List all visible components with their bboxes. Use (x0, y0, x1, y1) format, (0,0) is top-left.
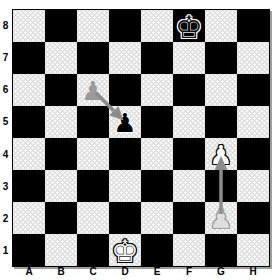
square-a6 (13, 74, 45, 106)
square-h3 (237, 170, 269, 202)
square-c8 (77, 10, 109, 42)
file-label: C (77, 266, 109, 279)
square-b3 (45, 170, 77, 202)
white-pawn: ♟ (209, 142, 232, 168)
white-king: ♚ (111, 236, 139, 267)
square-h1 (237, 234, 269, 266)
square-f6 (173, 74, 205, 106)
square-g8 (205, 10, 237, 42)
square-h8 (237, 10, 269, 42)
ghost-black-pawn: ♟ (81, 78, 104, 104)
square-c4 (77, 138, 109, 170)
square-e7 (141, 42, 173, 74)
square-e8 (141, 10, 173, 42)
square-b1 (45, 234, 77, 266)
square-f1 (173, 234, 205, 266)
rank-label: 7 (0, 41, 11, 73)
rank-label: 3 (0, 170, 11, 202)
file-label: G (205, 266, 237, 279)
rank-label: 6 (0, 74, 11, 106)
ghost-white-pawn: ♟ (209, 206, 232, 232)
square-e6 (141, 74, 173, 106)
square-d2 (109, 202, 141, 234)
square-h4 (237, 138, 269, 170)
black-pawn: ♟ (113, 110, 136, 136)
square-d8 (109, 10, 141, 42)
square-c3 (77, 170, 109, 202)
rank-label: 2 (0, 203, 11, 235)
square-d1: ♚ (109, 234, 141, 266)
square-a4 (13, 138, 45, 170)
file-label: F (173, 266, 205, 279)
square-f2 (173, 202, 205, 234)
board: ♚♟♟♟♟♚ (12, 9, 270, 267)
black-king: ♚ (175, 12, 203, 43)
square-b7 (45, 42, 77, 74)
square-h5 (237, 106, 269, 138)
square-b6 (45, 74, 77, 106)
file-labels: A B C D E F G H (13, 266, 269, 279)
file-label: A (13, 266, 45, 279)
square-c6: ♟ (77, 74, 109, 106)
square-b2 (45, 202, 77, 234)
square-e3 (141, 170, 173, 202)
square-e5 (141, 106, 173, 138)
file-label: H (237, 266, 269, 279)
square-d3 (109, 170, 141, 202)
rank-label: 4 (0, 138, 11, 170)
square-a3 (13, 170, 45, 202)
square-h6 (237, 74, 269, 106)
square-a2 (13, 202, 45, 234)
square-a8 (13, 10, 45, 42)
square-f8: ♚ (173, 10, 205, 42)
square-f3 (173, 170, 205, 202)
square-d6 (109, 74, 141, 106)
square-c7 (77, 42, 109, 74)
square-e2 (141, 202, 173, 234)
square-b4 (45, 138, 77, 170)
square-h7 (237, 42, 269, 74)
rank-label: 1 (0, 235, 11, 267)
file-label: B (45, 266, 77, 279)
square-c5 (77, 106, 109, 138)
square-g4: ♟ (205, 138, 237, 170)
square-f7 (173, 42, 205, 74)
square-g7 (205, 42, 237, 74)
file-label: E (141, 266, 173, 279)
square-g2: ♟ (205, 202, 237, 234)
square-g3 (205, 170, 237, 202)
square-e4 (141, 138, 173, 170)
square-e1 (141, 234, 173, 266)
square-f4 (173, 138, 205, 170)
chess-diagram: 8 7 6 5 4 3 2 1 ♚♟♟♟♟♚ A B C D E F G H (0, 0, 280, 280)
rank-labels: 8 7 6 5 4 3 2 1 (0, 9, 11, 267)
square-a7 (13, 42, 45, 74)
square-d4 (109, 138, 141, 170)
square-g1 (205, 234, 237, 266)
square-a5 (13, 106, 45, 138)
rank-label: 8 (0, 9, 11, 41)
square-f5 (173, 106, 205, 138)
square-c2 (77, 202, 109, 234)
square-b8 (45, 10, 77, 42)
square-g6 (205, 74, 237, 106)
square-h2 (237, 202, 269, 234)
square-b5 (45, 106, 77, 138)
square-g5 (205, 106, 237, 138)
rank-label: 5 (0, 106, 11, 138)
square-a1 (13, 234, 45, 266)
square-c1 (77, 234, 109, 266)
square-d5: ♟ (109, 106, 141, 138)
square-d7 (109, 42, 141, 74)
